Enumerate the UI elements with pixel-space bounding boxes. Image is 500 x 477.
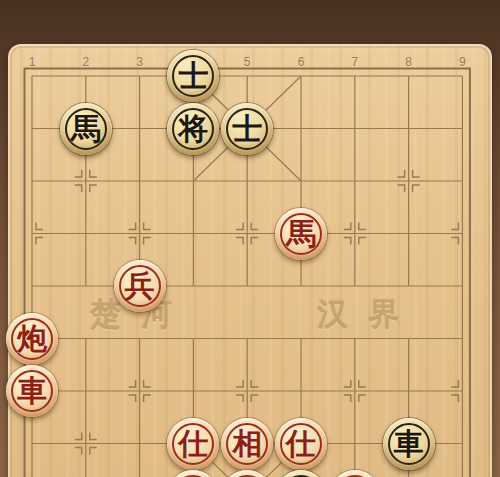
piece-red-advisor[interactable]: 仕 [167,418,219,470]
column-label-6: 6 [298,55,305,69]
column-label-5: 5 [244,55,251,69]
column-label-7: 7 [351,55,358,69]
piece-red-elephant[interactable]: 相 [221,418,273,470]
piece-glyph: 炮 [17,324,47,354]
piece-glyph: 仕 [178,429,208,459]
piece-black-chariot[interactable]: 車 [383,418,435,470]
piece-glyph: 馬 [71,114,101,144]
piece-red-advisor[interactable]: 仕 [275,418,327,470]
xiangqi-app-screen: 123456789 楚河 汉界 士馬将士馬兵炮車仕相仕車帥炮卒馬 [0,0,500,477]
column-label-2: 2 [82,55,89,69]
piece-glyph: 兵 [125,271,155,301]
piece-red-horse[interactable]: 馬 [275,208,327,260]
piece-glyph: 士 [178,61,208,91]
column-label-3: 3 [136,55,143,69]
piece-glyph: 仕 [286,429,316,459]
piece-glyph: 馬 [286,219,316,249]
column-label-1: 1 [29,55,36,69]
piece-red-soldier[interactable]: 兵 [114,260,166,312]
piece-glyph: 相 [232,429,262,459]
river-text-right: 汉界 [297,294,419,336]
piece-glyph: 車 [394,429,424,459]
piece-black-horse[interactable]: 馬 [60,103,112,155]
piece-glyph: 車 [17,376,47,406]
piece-glyph: 将 [178,114,208,144]
column-labels: 123456789 [0,0,500,20]
piece-glyph: 士 [232,114,262,144]
piece-black-advisor[interactable]: 士 [167,50,219,102]
piece-red-cannon[interactable]: 炮 [6,313,58,365]
column-label-9: 9 [459,55,466,69]
column-label-8: 8 [405,55,412,69]
piece-black-general[interactable]: 将 [167,103,219,155]
piece-red-chariot[interactable]: 車 [6,365,58,417]
piece-black-advisor[interactable]: 士 [221,103,273,155]
